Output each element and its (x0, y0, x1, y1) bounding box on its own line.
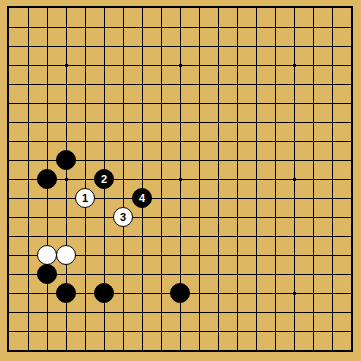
intersection (38, 189, 57, 208)
intersection (171, 75, 190, 94)
intersection (76, 113, 95, 132)
intersection (304, 189, 323, 208)
black-stone (94, 283, 114, 303)
intersection (190, 94, 209, 113)
intersection (0, 227, 19, 246)
intersection (38, 151, 57, 170)
intersection (209, 322, 228, 341)
intersection (323, 18, 342, 37)
intersection (266, 322, 285, 341)
intersection (342, 18, 361, 37)
intersection (247, 151, 266, 170)
intersection (342, 170, 361, 189)
intersection (285, 208, 304, 227)
intersection (152, 265, 171, 284)
intersection (0, 189, 19, 208)
intersection (38, 94, 57, 113)
intersection (38, 208, 57, 227)
intersection (342, 341, 361, 360)
intersection (0, 246, 19, 265)
intersection (0, 208, 19, 227)
intersection (304, 37, 323, 56)
intersection (19, 322, 38, 341)
intersection (209, 94, 228, 113)
intersection (133, 132, 152, 151)
intersection (76, 56, 95, 75)
intersection (152, 151, 171, 170)
intersection (171, 227, 190, 246)
intersection (76, 18, 95, 37)
intersection (152, 75, 171, 94)
intersection (342, 189, 361, 208)
intersection (190, 170, 209, 189)
intersection (228, 265, 247, 284)
intersection (171, 18, 190, 37)
go-board: 2143 (0, 0, 361, 360)
intersection (342, 75, 361, 94)
hoshi-point (65, 178, 68, 181)
intersection (57, 132, 76, 151)
black-stone-move-4: 4 (132, 188, 152, 208)
intersection (95, 18, 114, 37)
intersection (114, 341, 133, 360)
intersection (228, 18, 247, 37)
intersection (228, 37, 247, 56)
intersection (304, 303, 323, 322)
intersection (171, 37, 190, 56)
intersection (247, 170, 266, 189)
intersection (152, 113, 171, 132)
intersection (285, 94, 304, 113)
intersection (266, 94, 285, 113)
intersection (76, 227, 95, 246)
intersection (171, 303, 190, 322)
intersection (228, 132, 247, 151)
intersection (266, 132, 285, 151)
intersection (190, 75, 209, 94)
intersection (76, 170, 95, 189)
intersection (133, 227, 152, 246)
intersection (171, 246, 190, 265)
intersection (95, 132, 114, 151)
intersection (304, 151, 323, 170)
intersection (190, 151, 209, 170)
intersection (323, 189, 342, 208)
intersection (304, 322, 323, 341)
intersection (209, 37, 228, 56)
intersection (38, 18, 57, 37)
intersection (114, 56, 133, 75)
intersection (266, 170, 285, 189)
intersection (247, 113, 266, 132)
intersection (228, 113, 247, 132)
intersection (247, 246, 266, 265)
intersection (228, 189, 247, 208)
intersection (247, 303, 266, 322)
intersection (247, 37, 266, 56)
intersection (19, 132, 38, 151)
intersection (152, 284, 171, 303)
hoshi-point (179, 64, 182, 67)
intersection (342, 132, 361, 151)
intersection (19, 208, 38, 227)
intersection (57, 208, 76, 227)
intersection (38, 227, 57, 246)
intersection (57, 284, 76, 303)
intersection: 3 (114, 208, 133, 227)
intersection (285, 75, 304, 94)
intersection (19, 265, 38, 284)
intersection (285, 227, 304, 246)
intersection (209, 56, 228, 75)
intersection (19, 170, 38, 189)
intersection (266, 0, 285, 18)
intersection (285, 246, 304, 265)
intersection (323, 113, 342, 132)
intersection (209, 170, 228, 189)
intersection (323, 75, 342, 94)
intersection (171, 189, 190, 208)
intersection (247, 94, 266, 113)
intersection (152, 94, 171, 113)
intersection (114, 0, 133, 18)
intersection (266, 56, 285, 75)
intersection (38, 0, 57, 18)
intersection (0, 303, 19, 322)
intersection (247, 322, 266, 341)
intersection (114, 94, 133, 113)
intersection (190, 113, 209, 132)
intersection (0, 0, 19, 18)
intersection (152, 37, 171, 56)
intersection (228, 170, 247, 189)
intersection (57, 303, 76, 322)
intersection (171, 322, 190, 341)
intersection (133, 246, 152, 265)
intersection (0, 341, 19, 360)
intersection (19, 246, 38, 265)
intersection (38, 113, 57, 132)
intersection (57, 227, 76, 246)
intersection (0, 151, 19, 170)
intersection (342, 303, 361, 322)
intersection (57, 37, 76, 56)
intersection (190, 132, 209, 151)
intersection (209, 246, 228, 265)
intersection (0, 75, 19, 94)
intersection (133, 322, 152, 341)
intersection (228, 322, 247, 341)
intersection (38, 341, 57, 360)
intersection (95, 246, 114, 265)
go-board-diagram: 2143 (0, 0, 361, 361)
intersection (190, 246, 209, 265)
intersection (266, 37, 285, 56)
intersection (342, 0, 361, 18)
intersection (57, 322, 76, 341)
intersection (323, 37, 342, 56)
intersection (323, 56, 342, 75)
hoshi-point (293, 178, 296, 181)
intersection (285, 56, 304, 75)
intersection (76, 208, 95, 227)
intersection (209, 341, 228, 360)
intersection (247, 208, 266, 227)
intersection (209, 208, 228, 227)
intersection (95, 56, 114, 75)
intersection (95, 94, 114, 113)
intersection (0, 56, 19, 75)
intersection (19, 94, 38, 113)
intersection (95, 189, 114, 208)
intersection (285, 113, 304, 132)
intersection (266, 341, 285, 360)
intersection (152, 208, 171, 227)
intersection (95, 75, 114, 94)
intersection (114, 227, 133, 246)
intersection (0, 113, 19, 132)
intersection (133, 341, 152, 360)
hoshi-point (293, 64, 296, 67)
intersection (171, 151, 190, 170)
intersection (190, 284, 209, 303)
intersection (76, 37, 95, 56)
white-stone (56, 245, 76, 265)
intersection (76, 265, 95, 284)
intersection (304, 56, 323, 75)
intersection (247, 75, 266, 94)
intersection (285, 341, 304, 360)
intersection (247, 132, 266, 151)
intersection (304, 132, 323, 151)
intersection (133, 94, 152, 113)
intersection (190, 189, 209, 208)
intersection (76, 0, 95, 18)
intersection (38, 75, 57, 94)
intersection (19, 0, 38, 18)
intersection (304, 18, 323, 37)
intersection (209, 75, 228, 94)
intersection (247, 18, 266, 37)
intersection (323, 265, 342, 284)
white-stone-move-1: 1 (75, 188, 95, 208)
intersection (57, 189, 76, 208)
intersection (133, 208, 152, 227)
intersection (266, 284, 285, 303)
intersection (38, 284, 57, 303)
intersection (0, 322, 19, 341)
intersection (19, 341, 38, 360)
intersection (247, 265, 266, 284)
intersection (19, 189, 38, 208)
intersection (266, 208, 285, 227)
intersection (152, 189, 171, 208)
intersection (76, 94, 95, 113)
intersection (57, 113, 76, 132)
intersection (38, 265, 57, 284)
intersection (228, 208, 247, 227)
black-stone-move-2: 2 (94, 169, 114, 189)
intersection (19, 75, 38, 94)
intersection (228, 0, 247, 18)
intersection (323, 227, 342, 246)
intersection (76, 132, 95, 151)
intersection (228, 284, 247, 303)
intersection (95, 341, 114, 360)
intersection (114, 303, 133, 322)
intersection (228, 56, 247, 75)
intersection (95, 113, 114, 132)
intersection (342, 37, 361, 56)
intersection (304, 227, 323, 246)
intersection (76, 151, 95, 170)
intersection (0, 170, 19, 189)
intersection (114, 246, 133, 265)
intersection (76, 75, 95, 94)
intersection (133, 303, 152, 322)
intersection (247, 56, 266, 75)
intersection (95, 0, 114, 18)
intersection (95, 303, 114, 322)
intersection (209, 189, 228, 208)
intersection (190, 303, 209, 322)
intersection (247, 0, 266, 18)
intersection (304, 208, 323, 227)
intersection (266, 265, 285, 284)
intersection (0, 94, 19, 113)
intersection (152, 227, 171, 246)
intersection (266, 18, 285, 37)
intersection (190, 322, 209, 341)
intersection (0, 18, 19, 37)
intersection (190, 56, 209, 75)
intersection (190, 37, 209, 56)
intersection (38, 170, 57, 189)
intersection (114, 151, 133, 170)
intersection (304, 170, 323, 189)
intersection (209, 303, 228, 322)
intersection (152, 0, 171, 18)
intersection (342, 322, 361, 341)
intersection (57, 170, 76, 189)
intersection (95, 265, 114, 284)
intersection (171, 265, 190, 284)
intersection (209, 18, 228, 37)
intersection (171, 132, 190, 151)
intersection (285, 151, 304, 170)
intersection (190, 208, 209, 227)
intersection (285, 322, 304, 341)
intersection (342, 94, 361, 113)
white-stone-move-3: 3 (113, 207, 133, 227)
intersection (114, 37, 133, 56)
intersection (76, 341, 95, 360)
intersection (57, 18, 76, 37)
intersection (114, 75, 133, 94)
intersection (228, 75, 247, 94)
intersection (266, 246, 285, 265)
intersection (342, 56, 361, 75)
intersection (57, 341, 76, 360)
intersection (342, 265, 361, 284)
intersection (209, 227, 228, 246)
intersection (266, 151, 285, 170)
intersection (342, 284, 361, 303)
hoshi-point (293, 292, 296, 295)
intersection (304, 265, 323, 284)
intersection (95, 284, 114, 303)
intersection (171, 94, 190, 113)
intersection (19, 37, 38, 56)
intersection (323, 246, 342, 265)
intersection (323, 132, 342, 151)
intersection (209, 151, 228, 170)
intersection (19, 303, 38, 322)
intersection (57, 0, 76, 18)
intersection (228, 303, 247, 322)
intersection (114, 113, 133, 132)
intersection (19, 227, 38, 246)
intersection (266, 303, 285, 322)
intersection (57, 246, 76, 265)
intersection (304, 113, 323, 132)
intersection (304, 341, 323, 360)
white-stone (37, 245, 57, 265)
intersection (285, 170, 304, 189)
intersection (247, 189, 266, 208)
intersection (133, 18, 152, 37)
intersection (323, 208, 342, 227)
intersection (190, 227, 209, 246)
intersection (133, 284, 152, 303)
intersection (95, 151, 114, 170)
intersection (38, 37, 57, 56)
intersection (342, 246, 361, 265)
intersection: 1 (76, 189, 95, 208)
intersection (323, 170, 342, 189)
intersection (323, 341, 342, 360)
intersection (171, 113, 190, 132)
intersection (57, 265, 76, 284)
intersection (76, 284, 95, 303)
intersection (285, 132, 304, 151)
intersection (0, 37, 19, 56)
intersection (152, 132, 171, 151)
intersection (285, 303, 304, 322)
intersection (95, 37, 114, 56)
intersection (57, 94, 76, 113)
intersection (285, 265, 304, 284)
intersection (323, 94, 342, 113)
intersection (171, 341, 190, 360)
intersection (323, 151, 342, 170)
intersection (152, 18, 171, 37)
intersection (323, 284, 342, 303)
intersection (19, 151, 38, 170)
intersection (0, 284, 19, 303)
intersection (285, 37, 304, 56)
intersection (304, 246, 323, 265)
black-stone (37, 264, 57, 284)
intersection (171, 56, 190, 75)
intersection (285, 189, 304, 208)
intersection (266, 227, 285, 246)
intersection (285, 18, 304, 37)
intersection (304, 94, 323, 113)
intersection (323, 303, 342, 322)
hoshi-point (179, 178, 182, 181)
intersection (171, 170, 190, 189)
